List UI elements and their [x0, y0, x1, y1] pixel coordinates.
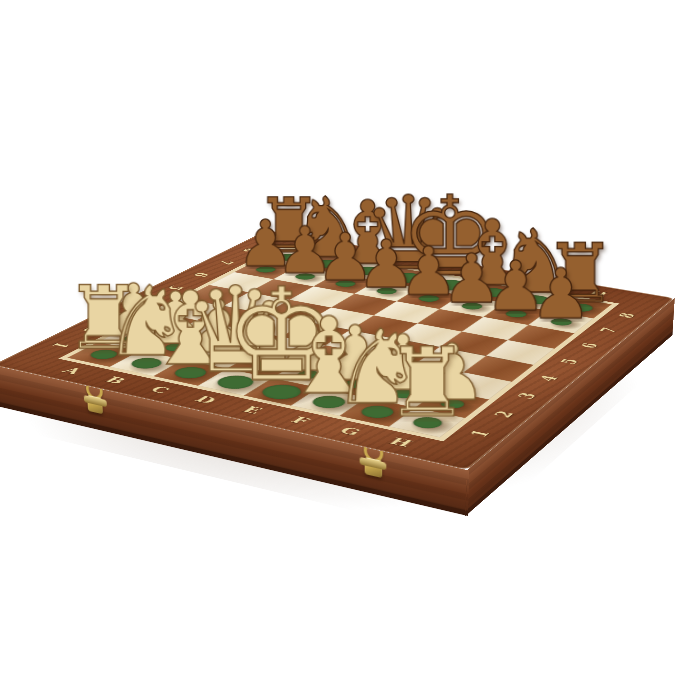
brass-latch	[85, 379, 105, 423]
chess-board: ABCDEFGH ABCDEFGH 87654321 87654321 ♜♞♝♛…	[0, 230, 674, 470]
brass-latch	[363, 439, 384, 486]
chess-set-photo: ABCDEFGH ABCDEFGH 87654321 87654321 ♜♞♝♛…	[0, 0, 700, 700]
white-rook-icon: ♜	[385, 335, 470, 430]
piece-glyph-box: ♜	[354, 275, 501, 422]
